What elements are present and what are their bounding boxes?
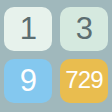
tile-1: 1 [4, 7, 52, 51]
tile-1-value: 1 [20, 13, 37, 44]
tile-729: 729 [60, 59, 108, 103]
tile-board[interactable]: 1 3 9 729 [4, 7, 108, 103]
tile-729-value: 729 [65, 68, 103, 92]
tile-9-value: 9 [20, 65, 37, 96]
tile-3: 3 [60, 7, 108, 51]
tile-9: 9 [4, 59, 52, 103]
game-screen: 1 3 9 729 [0, 0, 112, 112]
tile-3-value: 3 [76, 13, 93, 44]
